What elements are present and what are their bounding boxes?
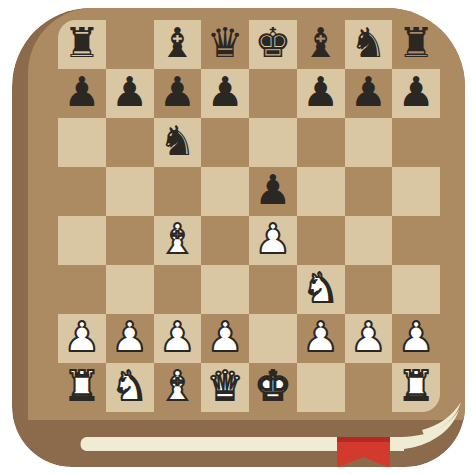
square-c3[interactable]: [154, 265, 202, 314]
square-g4[interactable]: [345, 216, 393, 265]
white-pawn: ♟: [111, 317, 148, 358]
square-h7[interactable]: ♟: [392, 69, 440, 118]
white-bishop: ♝: [159, 219, 196, 260]
square-d6[interactable]: [201, 118, 249, 167]
square-e3[interactable]: [249, 265, 297, 314]
square-a5[interactable]: [58, 167, 106, 216]
black-king: ♚: [254, 23, 291, 64]
square-h3[interactable]: [392, 265, 440, 314]
square-h1[interactable]: ♜: [392, 363, 440, 412]
square-c8[interactable]: ♝: [154, 20, 202, 69]
chess-board: ♜♝♛♚♝♞♜♟♟♟♟♟♟♟♞♟♝♟♞♟♟♟♟♟♟♟♜♞♝♛♚♜: [58, 20, 440, 412]
square-a7[interactable]: ♟: [58, 69, 106, 118]
white-pawn: ♟: [63, 317, 100, 358]
square-b3[interactable]: [106, 265, 154, 314]
bookmark-ribbon-shade: [337, 437, 390, 442]
black-knight: ♞: [159, 121, 196, 162]
square-h4[interactable]: [392, 216, 440, 265]
black-pawn: ♟: [254, 170, 291, 211]
square-f6[interactable]: [297, 118, 345, 167]
black-pawn: ♟: [207, 72, 244, 113]
black-rook: ♜: [398, 23, 435, 64]
white-pawn: ♟: [159, 317, 196, 358]
square-g3[interactable]: [345, 265, 393, 314]
square-e8[interactable]: ♚: [249, 20, 297, 69]
square-f1[interactable]: [297, 363, 345, 412]
white-king: ♚: [254, 366, 291, 407]
black-bishop: ♝: [159, 23, 196, 64]
square-e7[interactable]: [249, 69, 297, 118]
square-f5[interactable]: [297, 167, 345, 216]
black-pawn: ♟: [398, 72, 435, 113]
white-pawn: ♟: [350, 317, 387, 358]
square-c4[interactable]: ♝: [154, 216, 202, 265]
square-d2[interactable]: ♟: [201, 314, 249, 363]
square-c1[interactable]: ♝: [154, 363, 202, 412]
square-e4[interactable]: ♟: [249, 216, 297, 265]
black-pawn: ♟: [63, 72, 100, 113]
white-rook: ♜: [398, 366, 435, 407]
square-g8[interactable]: ♞: [345, 20, 393, 69]
square-f2[interactable]: ♟: [297, 314, 345, 363]
white-pawn: ♟: [254, 219, 291, 260]
square-a6[interactable]: [58, 118, 106, 167]
square-b5[interactable]: [106, 167, 154, 216]
square-d8[interactable]: ♛: [201, 20, 249, 69]
square-g2[interactable]: ♟: [345, 314, 393, 363]
square-d7[interactable]: ♟: [201, 69, 249, 118]
square-h5[interactable]: [392, 167, 440, 216]
square-d4[interactable]: [201, 216, 249, 265]
square-b6[interactable]: [106, 118, 154, 167]
square-b7[interactable]: ♟: [106, 69, 154, 118]
black-queen: ♛: [207, 23, 244, 64]
square-b8[interactable]: [106, 20, 154, 69]
square-f4[interactable]: [297, 216, 345, 265]
black-pawn: ♟: [302, 72, 339, 113]
square-b2[interactable]: ♟: [106, 314, 154, 363]
white-knight: ♞: [302, 268, 339, 309]
square-a3[interactable]: [58, 265, 106, 314]
white-knight: ♞: [111, 366, 148, 407]
black-pawn: ♟: [111, 72, 148, 113]
square-e2[interactable]: [249, 314, 297, 363]
square-c2[interactable]: ♟: [154, 314, 202, 363]
black-rook: ♜: [63, 23, 100, 64]
square-d1[interactable]: ♛: [201, 363, 249, 412]
app-icon: ♜♝♛♚♝♞♜♟♟♟♟♟♟♟♞♟♝♟♞♟♟♟♟♟♟♟♜♞♝♛♚♜: [0, 0, 474, 474]
white-pawn: ♟: [302, 317, 339, 358]
square-e6[interactable]: [249, 118, 297, 167]
white-pawn: ♟: [398, 317, 435, 358]
square-g1[interactable]: [345, 363, 393, 412]
square-a1[interactable]: ♜: [58, 363, 106, 412]
white-rook: ♜: [63, 366, 100, 407]
square-h6[interactable]: [392, 118, 440, 167]
square-g5[interactable]: [345, 167, 393, 216]
square-b4[interactable]: [106, 216, 154, 265]
square-f7[interactable]: ♟: [297, 69, 345, 118]
black-pawn: ♟: [350, 72, 387, 113]
square-h8[interactable]: ♜: [392, 20, 440, 69]
white-queen: ♛: [207, 366, 244, 407]
white-bishop: ♝: [159, 366, 196, 407]
black-knight: ♞: [350, 23, 387, 64]
black-pawn: ♟: [159, 72, 196, 113]
square-c5[interactable]: [154, 167, 202, 216]
square-c6[interactable]: ♞: [154, 118, 202, 167]
square-h2[interactable]: ♟: [392, 314, 440, 363]
black-bishop: ♝: [302, 23, 339, 64]
square-b1[interactable]: ♞: [106, 363, 154, 412]
square-a8[interactable]: ♜: [58, 20, 106, 69]
square-a4[interactable]: [58, 216, 106, 265]
square-e1[interactable]: ♚: [249, 363, 297, 412]
square-a2[interactable]: ♟: [58, 314, 106, 363]
square-e5[interactable]: ♟: [249, 167, 297, 216]
square-f8[interactable]: ♝: [297, 20, 345, 69]
square-d3[interactable]: [201, 265, 249, 314]
square-f3[interactable]: ♞: [297, 265, 345, 314]
white-pawn: ♟: [207, 317, 244, 358]
square-d5[interactable]: [201, 167, 249, 216]
square-g6[interactable]: [345, 118, 393, 167]
square-c7[interactable]: ♟: [154, 69, 202, 118]
square-g7[interactable]: ♟: [345, 69, 393, 118]
